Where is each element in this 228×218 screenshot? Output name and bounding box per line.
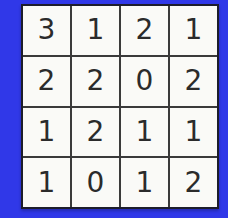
cell-digit: 1 bbox=[87, 16, 105, 44]
grid-cell-r3c1: 1 bbox=[23, 108, 70, 157]
grid-cell-r3c2: 2 bbox=[72, 108, 119, 157]
puzzle-grid: 3121220212111012 bbox=[21, 4, 219, 209]
grid-cell-r2c3: 0 bbox=[121, 57, 168, 106]
cell-digit: 2 bbox=[87, 118, 105, 146]
cell-digit: 3 bbox=[38, 16, 56, 44]
cell-digit: 0 bbox=[87, 169, 105, 197]
grid-cell-r2c4: 2 bbox=[170, 57, 217, 106]
grid-cell-r2c2: 2 bbox=[72, 57, 119, 106]
grid-cell-r1c4: 1 bbox=[170, 6, 217, 55]
cell-digit: 1 bbox=[38, 118, 56, 146]
grid-cell-r3c4: 1 bbox=[170, 108, 217, 157]
cell-digit: 0 bbox=[136, 67, 154, 95]
grid-cell-r4c2: 0 bbox=[72, 158, 119, 207]
grid-cell-r1c2: 1 bbox=[72, 6, 119, 55]
cell-digit: 2 bbox=[87, 67, 105, 95]
cell-digit: 2 bbox=[185, 169, 203, 197]
cell-digit: 1 bbox=[136, 118, 154, 146]
grid-cell-r4c4: 2 bbox=[170, 158, 217, 207]
grid-cell-r2c1: 2 bbox=[23, 57, 70, 106]
grid-cell-r1c3: 2 bbox=[121, 6, 168, 55]
grid-cell-r4c3: 1 bbox=[121, 158, 168, 207]
grid-cell-r1c1: 3 bbox=[23, 6, 70, 55]
cell-digit: 2 bbox=[38, 67, 56, 95]
grid-cell-r3c3: 1 bbox=[121, 108, 168, 157]
grid-cell-r4c1: 1 bbox=[23, 158, 70, 207]
cell-digit: 1 bbox=[38, 169, 56, 197]
cell-digit: 1 bbox=[185, 118, 203, 146]
cell-digit: 2 bbox=[136, 16, 154, 44]
cell-digit: 2 bbox=[185, 67, 203, 95]
cell-digit: 1 bbox=[136, 169, 154, 197]
cell-digit: 1 bbox=[185, 16, 203, 44]
